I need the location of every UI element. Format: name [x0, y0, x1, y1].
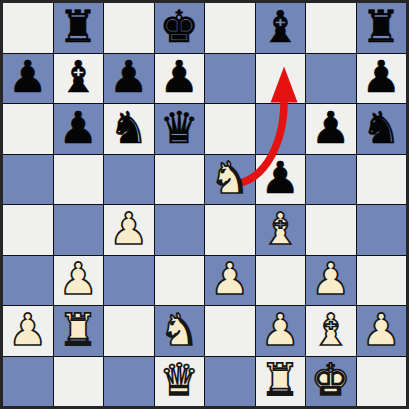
white-knight-d2[interactable]: ♞: [160, 308, 199, 352]
square-h3[interactable]: [357, 256, 407, 306]
black-pawn-c7[interactable]: ♟: [109, 55, 148, 99]
square-e7[interactable]: [205, 54, 255, 104]
square-d6[interactable]: ♛: [155, 104, 205, 154]
square-h1[interactable]: [357, 357, 407, 407]
square-f6[interactable]: [256, 104, 306, 154]
square-e8[interactable]: [205, 3, 255, 53]
square-f5[interactable]: ♟: [256, 155, 306, 205]
square-e5[interactable]: ♞: [205, 155, 255, 205]
square-h2[interactable]: ♟: [357, 306, 407, 356]
square-b6[interactable]: ♟: [54, 104, 104, 154]
square-h4[interactable]: [357, 205, 407, 255]
square-f8[interactable]: ♝: [256, 3, 306, 53]
square-d4[interactable]: [155, 205, 205, 255]
square-b1[interactable]: [54, 357, 104, 407]
black-pawn-g6[interactable]: ♟: [311, 106, 350, 150]
white-rook-b2[interactable]: ♜: [59, 308, 98, 352]
square-d7[interactable]: ♟: [155, 54, 205, 104]
white-rook-f1[interactable]: ♜: [261, 358, 300, 402]
white-pawn-f2[interactable]: ♟: [261, 308, 300, 352]
square-a7[interactable]: ♟: [3, 54, 53, 104]
square-c3[interactable]: [104, 256, 154, 306]
white-bishop-g2[interactable]: ♝: [311, 308, 350, 352]
square-g7[interactable]: [306, 54, 356, 104]
square-e1[interactable]: [205, 357, 255, 407]
black-bishop-f8[interactable]: ♝: [261, 5, 300, 49]
white-queen-d1[interactable]: ♛: [160, 358, 199, 402]
square-g6[interactable]: ♟: [306, 104, 356, 154]
square-d3[interactable]: [155, 256, 205, 306]
square-d8[interactable]: ♚: [155, 3, 205, 53]
square-b2[interactable]: ♜: [54, 306, 104, 356]
square-d1[interactable]: ♛: [155, 357, 205, 407]
square-d2[interactable]: ♞: [155, 306, 205, 356]
square-b8[interactable]: ♜: [54, 3, 104, 53]
black-pawn-b6[interactable]: ♟: [59, 106, 98, 150]
black-pawn-h7[interactable]: ♟: [362, 55, 401, 99]
square-e3[interactable]: ♟: [205, 256, 255, 306]
white-bishop-f4[interactable]: ♝: [261, 207, 300, 251]
black-knight-c6[interactable]: ♞: [109, 106, 148, 150]
black-pawn-d7[interactable]: ♟: [160, 55, 199, 99]
chess-board: ♜♚♝♜♟♝♟♟♟♟♞♛♟♞♞♟♟♝♟♟♟♟♜♞♟♝♟♛♜♚: [0, 0, 409, 409]
square-g8[interactable]: [306, 3, 356, 53]
white-pawn-e3[interactable]: ♟: [210, 257, 249, 301]
square-f4[interactable]: ♝: [256, 205, 306, 255]
square-h7[interactable]: ♟: [357, 54, 407, 104]
board-grid: ♜♚♝♜♟♝♟♟♟♟♞♛♟♞♞♟♟♝♟♟♟♟♜♞♟♝♟♛♜♚: [0, 0, 409, 409]
square-g5[interactable]: [306, 155, 356, 205]
square-c1[interactable]: [104, 357, 154, 407]
square-b5[interactable]: [54, 155, 104, 205]
black-rook-h8[interactable]: ♜: [362, 5, 401, 49]
square-c7[interactable]: ♟: [104, 54, 154, 104]
black-rook-b8[interactable]: ♜: [59, 5, 98, 49]
black-bishop-b7[interactable]: ♝: [59, 55, 98, 99]
square-a3[interactable]: [3, 256, 53, 306]
square-a1[interactable]: [3, 357, 53, 407]
square-e6[interactable]: [205, 104, 255, 154]
square-g1[interactable]: ♚: [306, 357, 356, 407]
square-h8[interactable]: ♜: [357, 3, 407, 53]
square-g4[interactable]: [306, 205, 356, 255]
white-knight-e5[interactable]: ♞: [210, 156, 249, 200]
square-e2[interactable]: [205, 306, 255, 356]
black-pawn-a7[interactable]: ♟: [8, 55, 47, 99]
square-f7[interactable]: [256, 54, 306, 104]
square-g3[interactable]: ♟: [306, 256, 356, 306]
square-h5[interactable]: [357, 155, 407, 205]
square-d5[interactable]: [155, 155, 205, 205]
square-a8[interactable]: [3, 3, 53, 53]
square-b4[interactable]: [54, 205, 104, 255]
square-f1[interactable]: ♜: [256, 357, 306, 407]
square-c5[interactable]: [104, 155, 154, 205]
white-pawn-a2[interactable]: ♟: [8, 308, 47, 352]
white-pawn-c4[interactable]: ♟: [109, 207, 148, 251]
square-a4[interactable]: [3, 205, 53, 255]
black-pawn-f5[interactable]: ♟: [261, 156, 300, 200]
white-king-g1[interactable]: ♚: [311, 358, 350, 402]
white-pawn-b3[interactable]: ♟: [59, 257, 98, 301]
square-a6[interactable]: [3, 104, 53, 154]
square-c2[interactable]: [104, 306, 154, 356]
black-queen-d6[interactable]: ♛: [160, 106, 199, 150]
square-c6[interactable]: ♞: [104, 104, 154, 154]
square-b7[interactable]: ♝: [54, 54, 104, 104]
black-king-d8[interactable]: ♚: [160, 5, 199, 49]
white-pawn-h2[interactable]: ♟: [362, 308, 401, 352]
square-e4[interactable]: [205, 205, 255, 255]
square-f3[interactable]: [256, 256, 306, 306]
white-pawn-g3[interactable]: ♟: [311, 257, 350, 301]
black-knight-h6[interactable]: ♞: [362, 106, 401, 150]
square-a5[interactable]: [3, 155, 53, 205]
square-h6[interactable]: ♞: [357, 104, 407, 154]
square-c8[interactable]: [104, 3, 154, 53]
square-g2[interactable]: ♝: [306, 306, 356, 356]
square-a2[interactable]: ♟: [3, 306, 53, 356]
square-f2[interactable]: ♟: [256, 306, 306, 356]
square-b3[interactable]: ♟: [54, 256, 104, 306]
square-c4[interactable]: ♟: [104, 205, 154, 255]
